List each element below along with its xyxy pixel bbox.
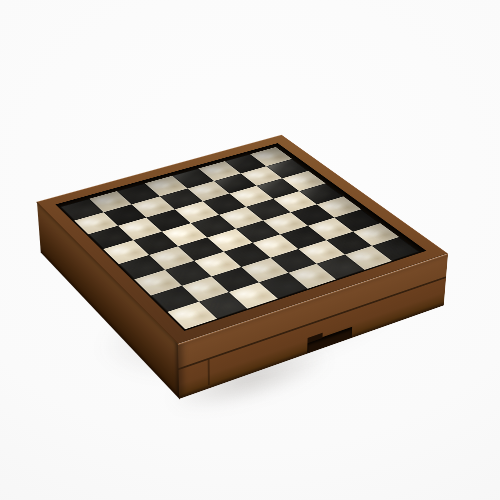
board-cell[interactable] <box>326 232 372 255</box>
board-cell[interactable] <box>298 240 345 264</box>
board-cell[interactable] <box>151 286 199 312</box>
board-cell[interactable] <box>194 252 241 276</box>
board-cell[interactable] <box>88 226 132 249</box>
board-cell[interactable] <box>212 267 259 292</box>
drawer-vertical-seam <box>208 359 210 385</box>
board-cell[interactable] <box>224 243 270 267</box>
drawer-notch-step <box>307 333 323 344</box>
board-cell[interactable] <box>252 234 298 257</box>
board-cell[interactable] <box>181 276 229 302</box>
board-cell[interactable] <box>345 246 392 270</box>
chess-box <box>36 135 448 344</box>
board-cell[interactable] <box>207 229 252 252</box>
drawer-notch-handle <box>307 327 352 354</box>
board-cell[interactable] <box>229 283 277 309</box>
scene <box>0 0 500 500</box>
board-cell[interactable] <box>165 261 212 286</box>
board-cell[interactable] <box>134 270 181 295</box>
board-cell[interactable] <box>178 237 224 261</box>
board-cell[interactable] <box>133 232 178 255</box>
board-cell[interactable] <box>259 273 307 299</box>
board-cell[interactable] <box>280 226 326 249</box>
board-cell[interactable] <box>119 255 165 280</box>
board-cell[interactable] <box>199 292 248 319</box>
board-cell[interactable] <box>103 240 148 264</box>
board-cell[interactable] <box>288 264 336 289</box>
board-cell[interactable] <box>149 246 195 270</box>
board-cell[interactable] <box>317 255 365 280</box>
board-cell[interactable] <box>270 249 317 273</box>
photo-background <box>0 0 500 500</box>
board-cell[interactable] <box>372 237 419 261</box>
board-cell[interactable] <box>168 302 217 329</box>
board-cell[interactable] <box>241 258 288 283</box>
